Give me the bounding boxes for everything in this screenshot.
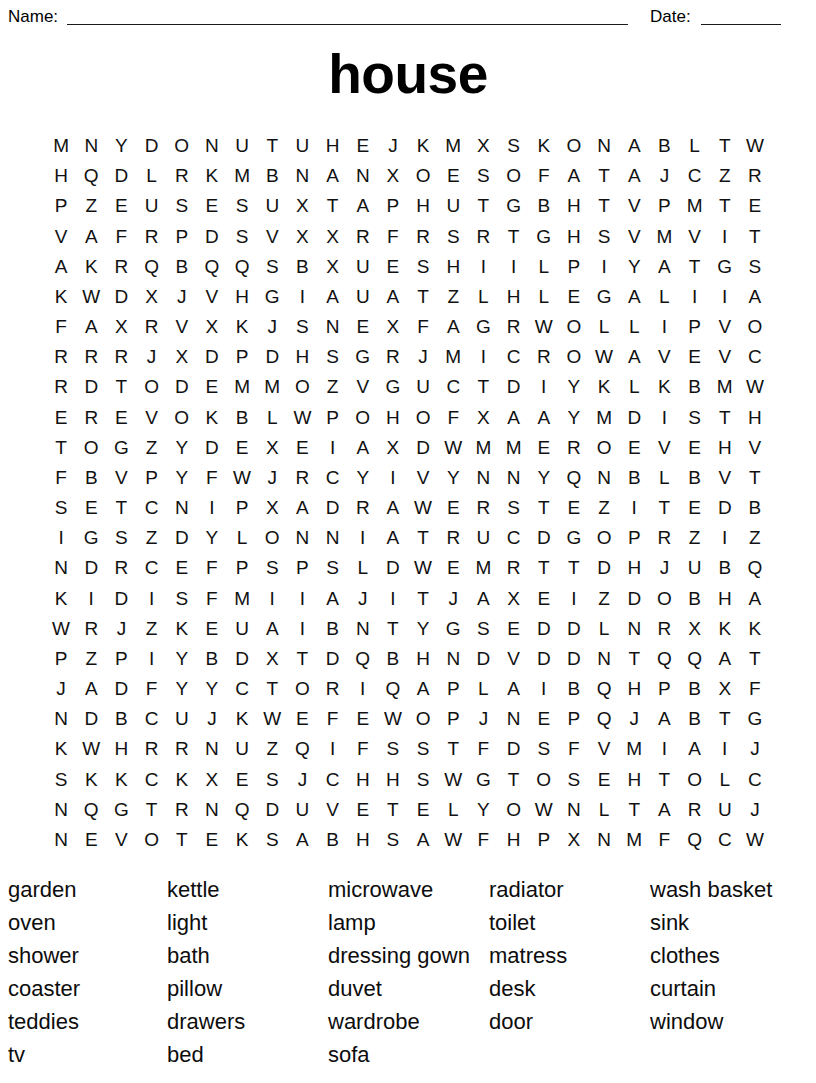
grid-cell-r6c16: H — [498, 282, 528, 312]
grid-cell-r14c10: N — [317, 523, 347, 553]
grid-cell-r5c22: T — [679, 252, 709, 282]
grid-cell-r2c5: R — [167, 161, 197, 191]
date-fill-line — [701, 0, 781, 25]
grid-cell-r10c4: V — [136, 402, 166, 432]
grid-cell-r15c11: L — [348, 553, 378, 583]
grid-cell-r9c5: D — [167, 372, 197, 402]
grid-cell-r21c18: F — [559, 734, 589, 764]
grid-cell-r21c2: W — [76, 734, 106, 764]
grid-cell-r19c6: Y — [197, 674, 227, 704]
grid-cell-r12c13: V — [408, 463, 438, 493]
grid-cell-r18c24: T — [740, 644, 770, 674]
grid-cell-r4c23: I — [710, 221, 740, 251]
grid-cell-r18c19: N — [589, 644, 619, 674]
grid-cell-r1c18: O — [559, 131, 589, 161]
grid-cell-r13c13: W — [408, 493, 438, 523]
grid-cell-r19c9: O — [287, 674, 317, 704]
grid-cell-r4c5: P — [167, 221, 197, 251]
grid-cell-r19c11: I — [348, 674, 378, 704]
grid-cell-r19c3: D — [106, 674, 136, 704]
grid-cell-r24c20: M — [619, 825, 649, 855]
grid-cell-r12c5: Y — [167, 463, 197, 493]
grid-cell-r22c5: K — [167, 764, 197, 794]
grid-cell-r8c7: P — [227, 342, 257, 372]
grid-cell-r12c21: L — [649, 463, 679, 493]
grid-cell-r9c14: C — [438, 372, 468, 402]
grid-cell-r18c23: A — [710, 644, 740, 674]
grid-cell-r3c10: T — [317, 191, 347, 221]
grid-cell-r4c7: S — [227, 221, 257, 251]
grid-cell-r2c8: B — [257, 161, 287, 191]
grid-cell-r1c12: J — [378, 131, 408, 161]
grid-cell-r1c22: L — [679, 131, 709, 161]
grid-cell-r16c18: I — [559, 583, 589, 613]
grid-cell-r17c24: K — [740, 614, 770, 644]
grid-cell-r22c17: O — [529, 764, 559, 794]
grid-cell-r24c17: P — [529, 825, 559, 855]
grid-cell-r10c24: H — [740, 402, 770, 432]
grid-cell-r17c15: S — [468, 614, 498, 644]
grid-cell-r12c2: B — [76, 463, 106, 493]
grid-cell-r12c24: T — [740, 463, 770, 493]
grid-cell-r21c6: N — [197, 734, 227, 764]
grid-cell-r16c15: A — [468, 583, 498, 613]
grid-cell-r21c16: D — [498, 734, 528, 764]
grid-cell-r2c6: K — [197, 161, 227, 191]
grid-cell-r15c6: F — [197, 553, 227, 583]
grid-cell-r8c21: V — [649, 342, 679, 372]
grid-cell-r24c21: F — [649, 825, 679, 855]
grid-cell-r7c14: A — [438, 312, 468, 342]
grid-cell-r11c3: G — [106, 433, 136, 463]
grid-cell-r17c14: G — [438, 614, 468, 644]
grid-cell-r6c6: V — [197, 282, 227, 312]
grid-cell-r20c8: W — [257, 704, 287, 734]
grid-cell-r7c10: N — [317, 312, 347, 342]
grid-cell-r18c6: B — [197, 644, 227, 674]
grid-cell-r16c17: E — [529, 583, 559, 613]
grid-cell-r13c4: C — [136, 493, 166, 523]
grid-cell-r20c3: B — [106, 704, 136, 734]
grid-cell-r21c19: V — [589, 734, 619, 764]
grid-cell-r8c20: A — [619, 342, 649, 372]
grid-cell-r22c3: K — [106, 764, 136, 794]
grid-cell-r3c12: P — [378, 191, 408, 221]
grid-cell-r8c19: W — [589, 342, 619, 372]
name-fill-line — [67, 0, 628, 25]
grid-cell-r21c21: I — [649, 734, 679, 764]
grid-cell-r15c12: D — [378, 553, 408, 583]
grid-cell-r13c17: T — [529, 493, 559, 523]
grid-cell-r13c22: E — [679, 493, 709, 523]
grid-cell-r1c16: S — [498, 131, 528, 161]
grid-cell-r5c20: Y — [619, 252, 649, 282]
grid-cell-r13c3: T — [106, 493, 136, 523]
grid-cell-r22c10: C — [317, 764, 347, 794]
grid-cell-r6c10: A — [317, 282, 347, 312]
grid-cell-r20c22: B — [679, 704, 709, 734]
word-oven: oven — [8, 906, 167, 939]
grid-cell-r10c9: W — [287, 402, 317, 432]
grid-cell-r14c20: P — [619, 523, 649, 553]
grid-cell-r20c24: G — [740, 704, 770, 734]
grid-cell-r4c16: T — [498, 221, 528, 251]
grid-cell-r22c22: O — [679, 764, 709, 794]
grid-cell-r6c14: Z — [438, 282, 468, 312]
grid-cell-r3c14: U — [438, 191, 468, 221]
grid-cell-r21c22: A — [679, 734, 709, 764]
grid-cell-r13c19: Z — [589, 493, 619, 523]
grid-cell-r24c9: A — [287, 825, 317, 855]
grid-cell-r7c7: K — [227, 312, 257, 342]
grid-cell-r21c5: R — [167, 734, 197, 764]
grid-cell-r14c8: O — [257, 523, 287, 553]
grid-cell-r5c4: Q — [136, 252, 166, 282]
grid-cell-r11c7: E — [227, 433, 257, 463]
grid-cell-r3c7: S — [227, 191, 257, 221]
word-desk: desk — [489, 972, 650, 1005]
grid-cell-r24c11: H — [348, 825, 378, 855]
word-teddies: teddies — [8, 1005, 167, 1038]
grid-cell-r14c2: G — [76, 523, 106, 553]
word-bed: bed — [167, 1038, 328, 1071]
grid-cell-r17c18: D — [559, 614, 589, 644]
grid-cell-r12c3: V — [106, 463, 136, 493]
grid-cell-r2c12: X — [378, 161, 408, 191]
grid-cell-r11c2: O — [76, 433, 106, 463]
grid-cell-r14c11: I — [348, 523, 378, 553]
grid-cell-r21c23: I — [710, 734, 740, 764]
grid-cell-r13c23: D — [710, 493, 740, 523]
grid-cell-r20c9: E — [287, 704, 317, 734]
grid-cell-r23c18: N — [559, 795, 589, 825]
grid-cell-r18c7: D — [227, 644, 257, 674]
grid-cell-r21c13: S — [408, 734, 438, 764]
grid-cell-r6c24: A — [740, 282, 770, 312]
grid-cell-r19c7: C — [227, 674, 257, 704]
grid-cell-r6c20: A — [619, 282, 649, 312]
grid-cell-r7c5: V — [167, 312, 197, 342]
grid-cell-r19c22: B — [679, 674, 709, 704]
grid-cell-r5c11: U — [348, 252, 378, 282]
word-list-column-3: microwavelampdressing gownduvetwardrobes… — [328, 873, 489, 1071]
grid-cell-r12c14: Y — [438, 463, 468, 493]
grid-cell-r4c22: V — [679, 221, 709, 251]
grid-cell-r16c20: D — [619, 583, 649, 613]
grid-cell-r9c19: K — [589, 372, 619, 402]
grid-cell-r6c13: T — [408, 282, 438, 312]
grid-cell-r2c3: D — [106, 161, 136, 191]
grid-cell-r24c6: E — [197, 825, 227, 855]
grid-cell-r11c19: O — [589, 433, 619, 463]
grid-cell-r6c12: A — [378, 282, 408, 312]
grid-cell-r13c1: S — [46, 493, 76, 523]
grid-cell-r5c5: B — [167, 252, 197, 282]
grid-cell-r8c18: O — [559, 342, 589, 372]
grid-cell-r1c4: D — [136, 131, 166, 161]
word-bath: bath — [167, 939, 328, 972]
grid-cell-r1c3: Y — [106, 131, 136, 161]
grid-cell-r1c20: A — [619, 131, 649, 161]
grid-cell-r23c15: Y — [468, 795, 498, 825]
grid-cell-r12c17: Y — [529, 463, 559, 493]
grid-cell-r2c21: J — [649, 161, 679, 191]
grid-cell-r18c16: V — [498, 644, 528, 674]
grid-cell-r5c16: I — [498, 252, 528, 282]
grid-cell-r15c10: S — [317, 553, 347, 583]
grid-cell-r8c24: C — [740, 342, 770, 372]
grid-cell-r21c10: I — [317, 734, 347, 764]
grid-cell-r7c11: E — [348, 312, 378, 342]
grid-cell-r1c8: T — [257, 131, 287, 161]
word-microwave: microwave — [328, 873, 489, 906]
grid-cell-r20c18: P — [559, 704, 589, 734]
grid-cell-r13c20: I — [619, 493, 649, 523]
grid-cell-r13c7: P — [227, 493, 257, 523]
grid-cell-r1c11: E — [348, 131, 378, 161]
grid-cell-r3c17: B — [529, 191, 559, 221]
grid-cell-r5c24: S — [740, 252, 770, 282]
grid-cell-r21c12: S — [378, 734, 408, 764]
grid-cell-r4c13: R — [408, 221, 438, 251]
grid-cell-r23c5: R — [167, 795, 197, 825]
grid-cell-r8c8: D — [257, 342, 287, 372]
grid-cell-r17c4: Z — [136, 614, 166, 644]
grid-cell-r5c21: A — [649, 252, 679, 282]
grid-cell-r13c12: A — [378, 493, 408, 523]
grid-cell-r17c23: K — [710, 614, 740, 644]
grid-cell-r6c1: K — [46, 282, 76, 312]
grid-cell-r24c19: N — [589, 825, 619, 855]
grid-cell-r24c10: B — [317, 825, 347, 855]
grid-cell-r12c10: C — [317, 463, 347, 493]
grid-cell-r8c13: J — [408, 342, 438, 372]
grid-cell-r19c14: P — [438, 674, 468, 704]
grid-cell-r20c13: O — [408, 704, 438, 734]
grid-cell-r5c9: B — [287, 252, 317, 282]
grid-cell-r10c8: L — [257, 402, 287, 432]
grid-cell-r8c10: S — [317, 342, 347, 372]
grid-cell-r24c14: W — [438, 825, 468, 855]
grid-cell-r8c5: X — [167, 342, 197, 372]
grid-cell-r2c9: N — [287, 161, 317, 191]
grid-cell-r10c12: H — [378, 402, 408, 432]
grid-cell-r15c7: P — [227, 553, 257, 583]
grid-cell-r20c5: U — [167, 704, 197, 734]
grid-cell-r11c23: H — [710, 433, 740, 463]
grid-cell-r24c3: V — [106, 825, 136, 855]
word-duvet: duvet — [328, 972, 489, 1005]
grid-cell-r22c6: X — [197, 764, 227, 794]
grid-cell-r14c15: U — [468, 523, 498, 553]
grid-cell-r17c7: U — [227, 614, 257, 644]
grid-cell-r22c15: G — [468, 764, 498, 794]
grid-cell-r21c11: F — [348, 734, 378, 764]
grid-cell-r24c4: O — [136, 825, 166, 855]
grid-cell-r9c12: G — [378, 372, 408, 402]
word-coaster: coaster — [8, 972, 167, 1005]
grid-cell-r7c13: F — [408, 312, 438, 342]
grid-cell-r16c2: I — [76, 583, 106, 613]
grid-cell-r7c24: O — [740, 312, 770, 342]
grid-cell-r14c14: R — [438, 523, 468, 553]
grid-cell-r22c1: S — [46, 764, 76, 794]
grid-cell-r15c24: Q — [740, 553, 770, 583]
grid-cell-r24c18: X — [559, 825, 589, 855]
grid-cell-r21c9: Q — [287, 734, 317, 764]
grid-cell-r7c22: P — [679, 312, 709, 342]
grid-cell-r6c23: I — [710, 282, 740, 312]
grid-cell-r4c11: R — [348, 221, 378, 251]
grid-cell-r19c8: T — [257, 674, 287, 704]
grid-cell-r4c3: F — [106, 221, 136, 251]
grid-cell-r4c1: V — [46, 221, 76, 251]
grid-cell-r14c21: R — [649, 523, 679, 553]
grid-cell-r11c6: D — [197, 433, 227, 463]
grid-cell-r20c2: D — [76, 704, 106, 734]
grid-cell-r11c18: R — [559, 433, 589, 463]
grid-cell-r2c17: F — [529, 161, 559, 191]
grid-cell-r6c17: L — [529, 282, 559, 312]
grid-cell-r11c9: E — [287, 433, 317, 463]
grid-cell-r22c2: K — [76, 764, 106, 794]
grid-cell-r18c11: Q — [348, 644, 378, 674]
grid-cell-r14c22: Z — [679, 523, 709, 553]
grid-cell-r2c16: O — [498, 161, 528, 191]
word-list: gardenovenshowercoasterteddiestv kettlel… — [8, 873, 810, 1071]
grid-cell-r14c4: Z — [136, 523, 166, 553]
word-sofa: sofa — [328, 1038, 489, 1071]
grid-cell-r7c18: O — [559, 312, 589, 342]
grid-cell-r9c16: D — [498, 372, 528, 402]
grid-cell-r22c4: C — [136, 764, 166, 794]
grid-cell-r5c12: E — [378, 252, 408, 282]
name-label: Name: — [8, 7, 58, 27]
grid-cell-r4c18: H — [559, 221, 589, 251]
grid-cell-r1c24: W — [740, 131, 770, 161]
grid-cell-r10c20: D — [619, 402, 649, 432]
grid-cell-r2c14: E — [438, 161, 468, 191]
grid-cell-r4c21: M — [649, 221, 679, 251]
grid-cell-r20c17: E — [529, 704, 559, 734]
grid-cell-r17c17: D — [529, 614, 559, 644]
grid-cell-r8c14: M — [438, 342, 468, 372]
grid-cell-r18c3: P — [106, 644, 136, 674]
grid-cell-r18c12: B — [378, 644, 408, 674]
grid-cell-r2c15: S — [468, 161, 498, 191]
grid-cell-r12c18: Q — [559, 463, 589, 493]
grid-cell-r14c18: G — [559, 523, 589, 553]
grid-cell-r19c18: B — [559, 674, 589, 704]
grid-cell-r8c6: D — [197, 342, 227, 372]
grid-cell-r3c8: U — [257, 191, 287, 221]
grid-cell-r15c21: J — [649, 553, 679, 583]
grid-cell-r9c20: L — [619, 372, 649, 402]
grid-cell-r16c6: F — [197, 583, 227, 613]
grid-cell-r10c22: S — [679, 402, 709, 432]
grid-cell-r14c19: O — [589, 523, 619, 553]
grid-cell-r12c20: B — [619, 463, 649, 493]
word-clothes: clothes — [650, 939, 810, 972]
word-dressing-gown: dressing gown — [328, 939, 489, 972]
grid-cell-r16c12: I — [378, 583, 408, 613]
grid-cell-r12c16: N — [498, 463, 528, 493]
grid-cell-r23c4: T — [136, 795, 166, 825]
grid-cell-r4c24: T — [740, 221, 770, 251]
grid-cell-r7c16: R — [498, 312, 528, 342]
grid-cell-r10c2: R — [76, 402, 106, 432]
grid-cell-r3c6: E — [197, 191, 227, 221]
word-wash-basket: wash basket — [650, 873, 810, 906]
word-drawers: drawers — [167, 1005, 328, 1038]
grid-cell-r18c21: Q — [649, 644, 679, 674]
grid-cell-r1c13: K — [408, 131, 438, 161]
grid-cell-r10c19: M — [589, 402, 619, 432]
grid-cell-r6c5: J — [167, 282, 197, 312]
word-list-column-5: wash basketsinkclothescurtainwindow — [650, 873, 810, 1038]
grid-cell-r6c21: L — [649, 282, 679, 312]
grid-cell-r4c8: V — [257, 221, 287, 251]
grid-cell-r1c15: X — [468, 131, 498, 161]
word-shower: shower — [8, 939, 167, 972]
word-list-column-4: radiatortoiletmatressdeskdoor — [489, 873, 650, 1038]
grid-cell-r2c24: R — [740, 161, 770, 191]
grid-cell-r23c23: U — [710, 795, 740, 825]
grid-cell-r5c1: A — [46, 252, 76, 282]
grid-cell-r24c1: N — [46, 825, 76, 855]
grid-cell-r15c2: D — [76, 553, 106, 583]
grid-cell-r10c23: T — [710, 402, 740, 432]
grid-cell-r9c13: U — [408, 372, 438, 402]
grid-cell-r21c14: T — [438, 734, 468, 764]
grid-cell-r11c17: E — [529, 433, 559, 463]
grid-cell-r3c23: T — [710, 191, 740, 221]
grid-cell-r15c14: E — [438, 553, 468, 583]
grid-cell-r20c7: K — [227, 704, 257, 734]
grid-cell-r13c24: B — [740, 493, 770, 523]
grid-cell-r23c21: A — [649, 795, 679, 825]
grid-cell-r8c16: C — [498, 342, 528, 372]
grid-cell-r13c10: D — [317, 493, 347, 523]
grid-cell-r3c22: M — [679, 191, 709, 221]
grid-cell-r16c23: H — [710, 583, 740, 613]
grid-cell-r21c8: Z — [257, 734, 287, 764]
grid-cell-r13c15: R — [468, 493, 498, 523]
grid-cell-r3c21: P — [649, 191, 679, 221]
grid-cell-r23c22: R — [679, 795, 709, 825]
grid-cell-r20c4: C — [136, 704, 166, 734]
grid-cell-r16c9: I — [287, 583, 317, 613]
grid-cell-r8c22: E — [679, 342, 709, 372]
grid-cell-r17c19: L — [589, 614, 619, 644]
grid-cell-r16c7: M — [227, 583, 257, 613]
word-list-column-1: gardenovenshowercoasterteddiestv — [8, 873, 167, 1071]
grid-cell-r1c2: N — [76, 131, 106, 161]
grid-cell-r13c5: N — [167, 493, 197, 523]
grid-cell-r10c7: B — [227, 402, 257, 432]
grid-cell-r2c2: Q — [76, 161, 106, 191]
grid-cell-r11c8: X — [257, 433, 287, 463]
grid-cell-r23c14: L — [438, 795, 468, 825]
grid-cell-r23c10: V — [317, 795, 347, 825]
grid-cell-r20c12: W — [378, 704, 408, 734]
grid-cell-r18c8: X — [257, 644, 287, 674]
grid-cell-r24c8: S — [257, 825, 287, 855]
grid-cell-r15c5: E — [167, 553, 197, 583]
word-pillow: pillow — [167, 972, 328, 1005]
word-toilet: toilet — [489, 906, 650, 939]
grid-cell-r9c6: E — [197, 372, 227, 402]
